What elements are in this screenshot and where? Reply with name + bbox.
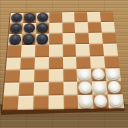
square-c7[interactable] <box>35 23 48 34</box>
square-g7[interactable] <box>87 22 101 33</box>
dark-piece[interactable] <box>23 13 35 23</box>
square-g2[interactable] <box>91 81 107 95</box>
square-b3[interactable] <box>19 69 34 82</box>
white-piece[interactable] <box>92 81 106 94</box>
square-e8[interactable] <box>61 12 74 23</box>
square-b5[interactable] <box>20 45 34 57</box>
white-piece[interactable] <box>108 94 123 108</box>
square-e3[interactable] <box>62 69 77 82</box>
square-g4[interactable] <box>90 56 105 68</box>
square-h6[interactable] <box>101 33 116 44</box>
square-b1[interactable] <box>17 96 33 110</box>
square-e7[interactable] <box>61 22 74 33</box>
square-a6[interactable] <box>7 34 21 45</box>
square-g3[interactable] <box>91 68 106 81</box>
square-g6[interactable] <box>88 33 102 44</box>
dark-piece[interactable] <box>8 34 21 45</box>
square-e4[interactable] <box>62 56 76 69</box>
square-c4[interactable] <box>34 57 48 70</box>
dark-piece[interactable] <box>35 34 47 45</box>
square-f3[interactable] <box>76 68 91 81</box>
square-a3[interactable] <box>4 69 19 82</box>
square-b7[interactable] <box>22 23 36 34</box>
board-3d-plane <box>1 11 124 110</box>
square-h8[interactable] <box>99 12 113 23</box>
square-d8[interactable] <box>48 12 61 23</box>
square-a1[interactable] <box>2 96 18 110</box>
white-piece[interactable] <box>78 95 92 109</box>
white-piece[interactable] <box>93 94 108 108</box>
square-g8[interactable] <box>87 12 101 23</box>
square-h7[interactable] <box>100 22 114 33</box>
white-piece[interactable] <box>107 81 121 94</box>
square-e6[interactable] <box>62 33 76 44</box>
square-g1[interactable] <box>92 94 108 108</box>
square-d1[interactable] <box>48 95 63 109</box>
square-a4[interactable] <box>5 57 20 70</box>
square-d2[interactable] <box>48 82 63 96</box>
white-piece[interactable] <box>106 68 120 80</box>
square-c2[interactable] <box>33 82 48 96</box>
board-lean-wrapper <box>0 0 128 128</box>
square-h1[interactable] <box>107 94 124 108</box>
square-d4[interactable] <box>48 56 62 69</box>
square-b8[interactable] <box>22 13 35 24</box>
board <box>1 11 124 110</box>
square-d7[interactable] <box>48 23 61 34</box>
square-a7[interactable] <box>8 23 22 34</box>
dark-piece[interactable] <box>22 34 34 45</box>
square-e2[interactable] <box>62 81 77 95</box>
dark-piece[interactable] <box>9 23 21 33</box>
square-d6[interactable] <box>48 33 62 44</box>
square-a2[interactable] <box>3 82 19 96</box>
dark-piece[interactable] <box>22 23 34 33</box>
square-h4[interactable] <box>104 56 119 68</box>
square-h2[interactable] <box>106 81 122 95</box>
square-f6[interactable] <box>75 33 89 44</box>
white-piece[interactable] <box>91 68 105 80</box>
white-piece[interactable] <box>78 81 92 94</box>
square-f1[interactable] <box>77 95 93 109</box>
square-h3[interactable] <box>105 68 121 81</box>
square-c5[interactable] <box>34 45 48 57</box>
square-f8[interactable] <box>74 12 87 23</box>
dark-piece[interactable] <box>10 13 22 23</box>
white-piece[interactable] <box>77 68 90 80</box>
square-g5[interactable] <box>89 44 104 56</box>
dark-piece[interactable] <box>36 13 48 23</box>
square-c3[interactable] <box>33 69 48 82</box>
dark-piece[interactable] <box>36 23 48 33</box>
square-d3[interactable] <box>48 69 63 82</box>
square-f4[interactable] <box>76 56 91 68</box>
square-a5[interactable] <box>6 45 21 57</box>
square-c1[interactable] <box>32 95 47 109</box>
square-e1[interactable] <box>63 95 78 109</box>
square-f7[interactable] <box>74 22 88 33</box>
square-a8[interactable] <box>9 13 23 24</box>
square-b6[interactable] <box>21 34 35 45</box>
square-b2[interactable] <box>18 82 33 96</box>
square-d5[interactable] <box>48 45 62 57</box>
square-e5[interactable] <box>62 44 76 56</box>
square-h5[interactable] <box>102 44 117 56</box>
square-c8[interactable] <box>35 13 48 24</box>
square-f2[interactable] <box>77 81 92 95</box>
square-b4[interactable] <box>20 57 35 70</box>
square-f5[interactable] <box>75 44 89 56</box>
square-c6[interactable] <box>35 34 49 45</box>
